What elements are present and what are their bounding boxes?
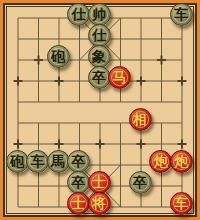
piece-character: 炮 [154, 154, 168, 168]
piece-character: 仕 [72, 7, 86, 21]
piece-olive-rook[interactable]: 车 [26, 150, 49, 173]
piece-character: 卒 [72, 175, 86, 189]
piece-olive-cannon[interactable]: 砲 [47, 45, 70, 68]
piece-red-elephant[interactable]: 相 [129, 108, 152, 131]
piece-red-horse[interactable]: 马 [108, 66, 131, 89]
piece-character: 砲 [51, 49, 65, 63]
piece-character: 砲 [10, 154, 24, 168]
piece-olive-pawn[interactable]: 卒 [67, 150, 90, 173]
piece-character: 炮 [174, 154, 188, 168]
piece-character: 馬 [51, 154, 65, 168]
piece-character: 车 [174, 7, 188, 21]
piece-character: 士 [92, 175, 106, 189]
piece-character: 卒 [72, 154, 86, 168]
piece-character: 相 [133, 112, 147, 126]
piece-character: 车 [174, 196, 188, 210]
piece-character: 士 [72, 196, 86, 210]
piece-red-advisor[interactable]: 士 [88, 171, 111, 194]
piece-olive-advisor[interactable]: 仕 [67, 3, 90, 26]
piece-olive-advisor[interactable]: 仕 [88, 24, 111, 47]
piece-olive-rook[interactable]: 车 [170, 3, 193, 26]
piece-character: 卒 [92, 70, 106, 84]
piece-olive-pawn[interactable]: 卒 [129, 171, 152, 194]
piece-red-cannon[interactable]: 炮 [170, 150, 193, 173]
piece-olive-general[interactable]: 帅 [88, 3, 111, 26]
piece-red-advisor[interactable]: 士 [67, 192, 90, 215]
piece-olive-elephant[interactable]: 象 [88, 45, 111, 68]
piece-red-general[interactable]: 将 [88, 192, 111, 215]
piece-character: 将 [92, 196, 106, 210]
piece-red-cannon[interactable]: 炮 [149, 150, 172, 173]
piece-red-rook[interactable]: 车 [170, 192, 193, 215]
piece-character: 马 [113, 70, 127, 84]
piece-character: 卒 [133, 175, 147, 189]
piece-character: 象 [92, 49, 106, 63]
piece-olive-pawn[interactable]: 卒 [67, 171, 90, 194]
xiangqi-app: 仕帅车仕砲象卒马相砲车馬卒炮炮卒士卒士将车 [0, 0, 200, 220]
piece-character: 仕 [92, 28, 106, 42]
piece-character: 车 [31, 154, 45, 168]
piece-character: 帅 [92, 7, 106, 21]
